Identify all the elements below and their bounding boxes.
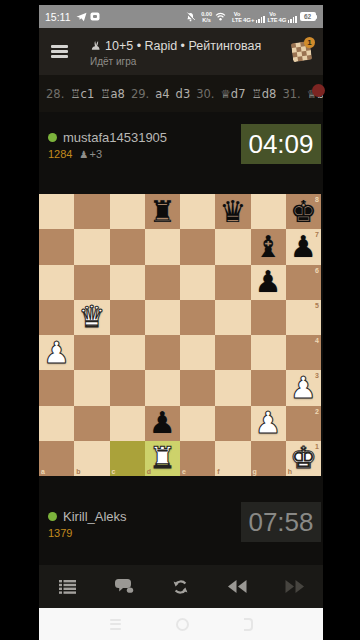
square-e6[interactable] [180,265,215,300]
piece-white-k[interactable]: ♚ [290,443,317,473]
file-label: e [182,468,186,475]
square-a8[interactable] [39,194,74,229]
square-d5[interactable] [145,300,180,335]
square-f5[interactable] [215,300,250,335]
square-h1[interactable]: ♚h1 [286,441,321,476]
move-number[interactable]: 31. [282,87,300,101]
square-b7[interactable] [74,229,109,264]
file-label: b [76,468,80,475]
square-c7[interactable] [110,229,145,264]
online-dot [48,133,57,142]
square-c1[interactable]: c [110,441,145,476]
square-g2[interactable]: ♟ [251,406,286,441]
square-d4[interactable] [145,335,180,370]
square-h4[interactable]: 4 [286,335,321,370]
move[interactable]: a4 [155,87,169,101]
move-number[interactable]: 28. [46,87,64,101]
back-button[interactable] [244,618,253,631]
square-d3[interactable] [145,370,180,405]
file-label: a [41,468,45,475]
piece-white-p[interactable]: ♟ [290,373,317,403]
piece-black-k[interactable]: ♚ [290,197,317,227]
android-nav-bar [39,608,323,640]
square-g3[interactable] [251,370,286,405]
square-d8[interactable]: ♜ [145,194,180,229]
rank-label: 5 [315,302,319,309]
notification-dot [312,84,325,97]
square-d6[interactable] [145,265,180,300]
square-f3[interactable] [215,370,250,405]
square-e8[interactable] [180,194,215,229]
player-rating: 1379 [48,527,72,539]
piece-black-q[interactable]: ♛ [219,197,246,227]
forward-icon [285,580,304,593]
piece-white-q[interactable]: ♛ [78,302,105,332]
square-c2[interactable] [110,406,145,441]
app-header: 10+5 • Rapid • Рейтинговая Идёт игра 1 [39,28,323,75]
screen-record-icon [90,12,100,21]
move[interactable]: ♖d8 [251,87,276,101]
player-name[interactable]: mustafa14531905 [63,130,167,145]
square-h5[interactable]: 5 [286,300,321,335]
square-f4[interactable] [215,335,250,370]
signal-bars-icon [256,16,265,23]
square-e1[interactable]: e [180,441,215,476]
square-e5[interactable] [180,300,215,335]
square-b2[interactable] [74,406,109,441]
flip-board-button[interactable] [164,570,198,604]
square-g5[interactable] [251,300,286,335]
sim2-signal: VoLTE 4G [268,11,297,23]
home-button[interactable] [176,618,189,631]
player-rating: 1284 [48,148,72,160]
square-g7[interactable]: ♝ [251,229,286,264]
chat-button[interactable] [107,570,141,604]
status-bar: 15:11 0.00 K/s VoLTE 4G+ VoLTE [39,5,323,28]
rank-label: 4 [315,337,319,344]
rank-label: 1 [315,443,319,450]
square-a1[interactable]: a [39,441,74,476]
square-f7[interactable] [215,229,250,264]
square-a6[interactable] [39,265,74,300]
move[interactable]: ♕d7 [221,87,246,101]
square-g8[interactable] [251,194,286,229]
recents-button[interactable] [110,619,121,630]
square-f2[interactable] [215,406,250,441]
square-d7[interactable] [145,229,180,264]
square-h7[interactable]: ♟7 [286,229,321,264]
square-c4[interactable] [110,335,145,370]
square-c8[interactable] [110,194,145,229]
rank-label: 7 [315,231,319,238]
player-bottom-white: Kirill_Aleks 1379 07:58 [39,491,323,571]
forward-button[interactable] [278,570,312,604]
square-h8[interactable]: ♚8 [286,194,321,229]
material-advantage: ♟ +3 [79,148,102,160]
clock-top: 04:09 [241,124,321,164]
sim1-signal: VoLTE 4G+ [232,11,265,23]
bottom-toolbar [39,565,323,608]
square-c6[interactable] [110,265,145,300]
rewind-icon [228,580,247,593]
bell-muted-icon [186,12,195,22]
rank-label: 3 [315,372,319,379]
square-d1[interactable]: ♜d [145,441,180,476]
square-a2[interactable] [39,406,74,441]
chat-icon [115,579,134,594]
square-f1[interactable]: f [215,441,250,476]
square-f6[interactable] [215,265,250,300]
square-f8[interactable]: ♛ [215,194,250,229]
piece-white-p[interactable]: ♟ [255,408,282,438]
piece-black-p[interactable]: ♟ [290,232,317,262]
piece-black-b[interactable]: ♝ [255,232,282,262]
file-label: f [217,468,219,475]
battery-icon: 62 [300,12,318,21]
square-g1[interactable]: g [251,441,286,476]
square-e3[interactable] [180,370,215,405]
square-b5[interactable]: ♛ [74,300,109,335]
rewind-button[interactable] [221,570,255,604]
move[interactable]: d3 [176,87,191,101]
flip-icon [172,579,189,595]
player-name[interactable]: Kirill_Aleks [63,509,127,524]
file-label: c [112,468,116,475]
rank-label: 2 [315,408,319,415]
move[interactable]: ♖c1 [70,87,94,101]
square-g6[interactable]: ♟ [251,265,286,300]
square-a7[interactable] [39,229,74,264]
square-h3[interactable]: ♟3 [286,370,321,405]
square-b4[interactable] [74,335,109,370]
square-h6[interactable]: 6 [286,265,321,300]
wifi-icon [215,12,226,21]
square-c3[interactable] [110,370,145,405]
piece-black-r[interactable]: ♜ [149,197,176,227]
piece-white-p[interactable]: ♟ [43,338,70,368]
piece-black-p[interactable]: ♟ [149,408,176,438]
piece-white-r[interactable]: ♜ [149,443,176,473]
online-dot [48,512,57,521]
move-number[interactable]: 29. [131,87,149,101]
telegram-icon [76,12,87,22]
file-label: g [253,468,257,475]
game-title: 10+5 • Rapid • Рейтинговая [105,39,261,53]
file-label: d [147,468,151,475]
square-e7[interactable] [180,229,215,264]
move-list[interactable]: 28.♖c1♖a829.a4d330.♕d7♖d831.♕b5d232.♖d1 [39,75,323,112]
square-e4[interactable] [180,335,215,370]
square-g4[interactable] [251,335,286,370]
square-a4[interactable]: ♟ [39,335,74,370]
square-c5[interactable] [110,300,145,335]
square-d2[interactable]: ♟ [145,406,180,441]
square-b8[interactable] [74,194,109,229]
square-h2[interactable]: 2 [286,406,321,441]
clock-bottom: 07:58 [241,502,321,542]
move-number[interactable]: 30. [196,87,214,101]
square-b6[interactable] [74,265,109,300]
captured-pawn-icon: ♟ [79,149,88,160]
moves-list-button[interactable] [50,570,84,604]
chess-board[interactable]: ♜♛♚8♝♟7♟6♛5♟4♟3♟♟2abc♜defg♚h1 [39,194,321,476]
player-top-black: mustafa14531905 1284 ♟ +3 04:09 [39,112,323,194]
signal-bars-icon [288,16,297,23]
lower-area: Kirill_Aleks 1379 07:58 [39,476,323,608]
square-a5[interactable] [39,300,74,335]
games-count-badge: 1 [304,37,315,48]
clock-time: 15:11 [45,11,71,23]
lichess-app-window: 15:11 0.00 K/s VoLTE 4G+ VoLTE [39,5,323,640]
square-a3[interactable] [39,370,74,405]
rapid-rabbit-icon [90,37,101,55]
rank-label: 8 [315,196,319,203]
rank-label: 6 [315,267,319,274]
file-label: h [288,468,292,475]
square-e2[interactable] [180,406,215,441]
menu-button[interactable] [51,45,68,58]
game-status: Идёт игра [90,56,261,67]
list-icon [59,580,76,594]
square-b1[interactable]: b [74,441,109,476]
current-games-button[interactable]: 1 [292,42,311,61]
square-b3[interactable] [74,370,109,405]
move[interactable]: ♖a8 [100,87,125,101]
network-speed: 0.00 K/s [201,11,212,23]
piece-black-p[interactable]: ♟ [255,267,282,297]
